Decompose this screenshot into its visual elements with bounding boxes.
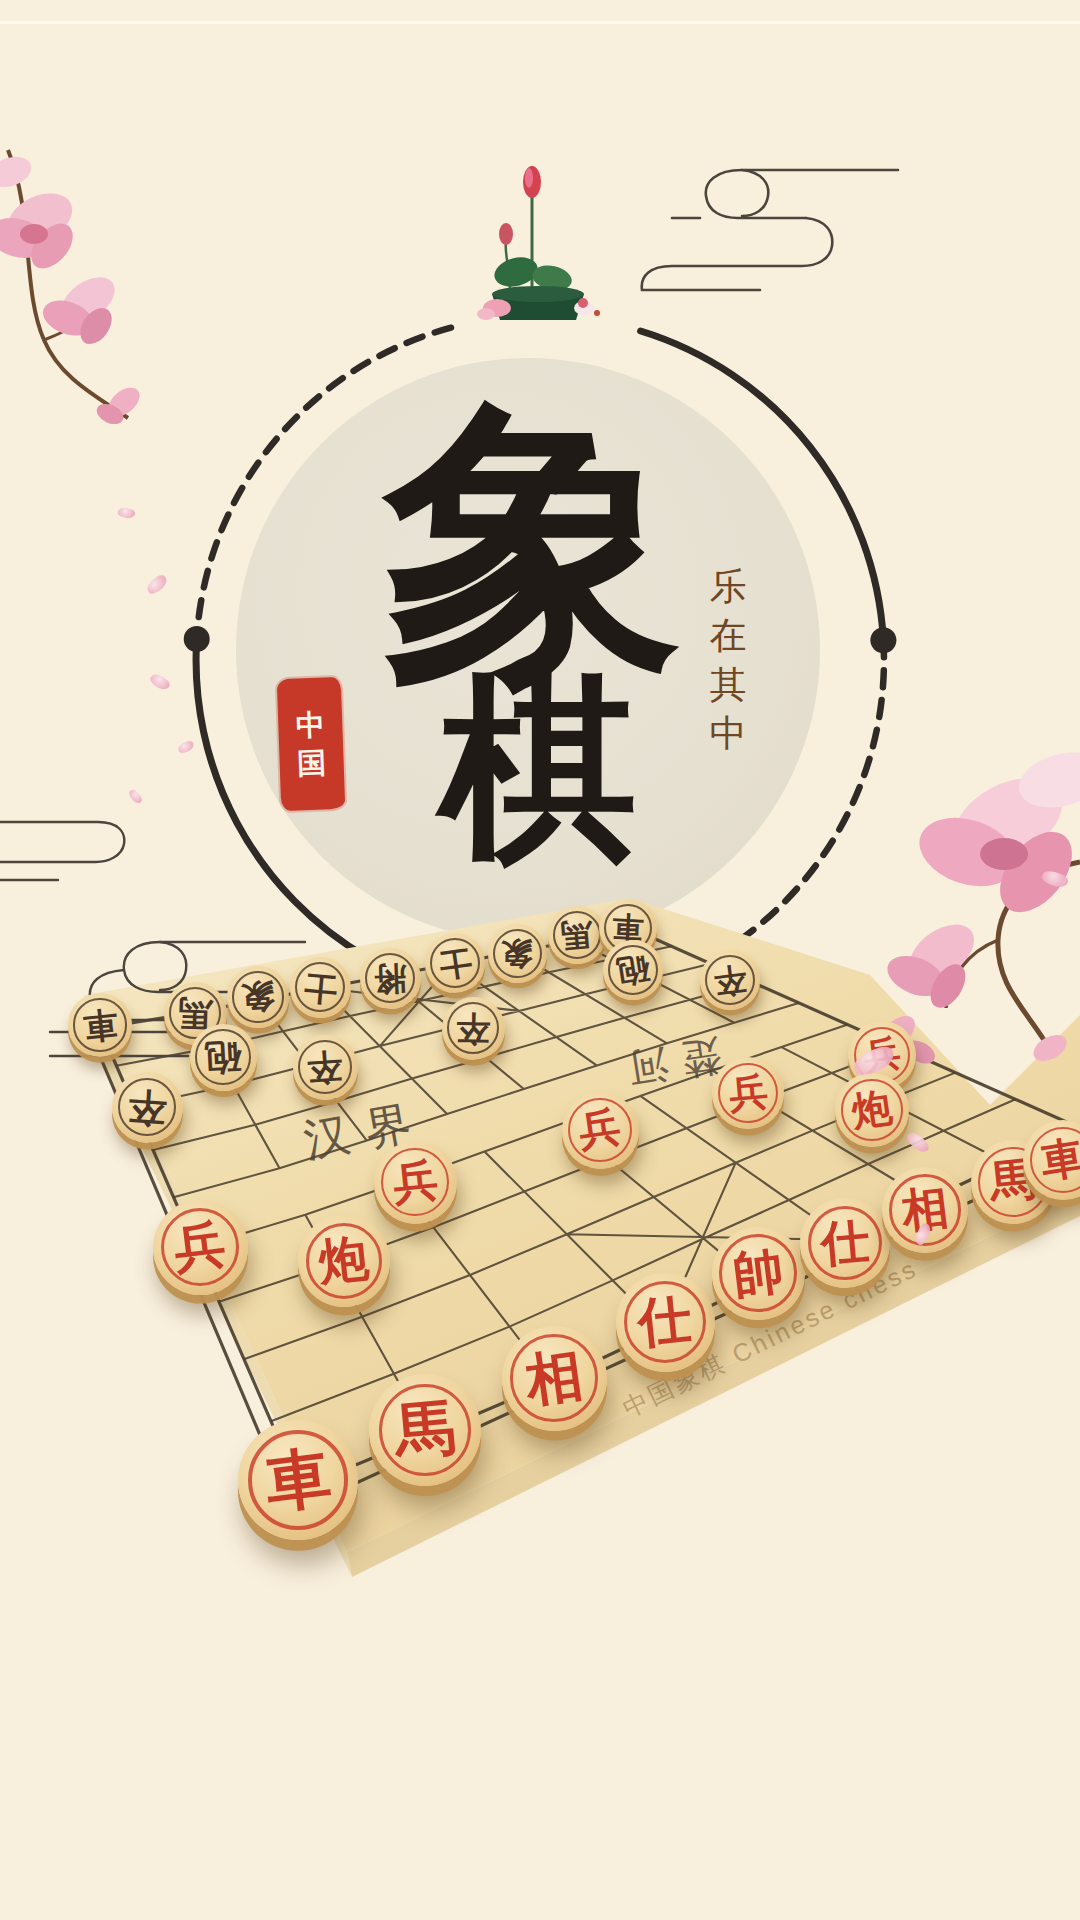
piece-black-卒: 卒 (442, 997, 505, 1060)
piece-character: 士 (437, 945, 474, 982)
piece-character: 卒 (127, 1087, 168, 1128)
piece-character: 車 (81, 1006, 119, 1044)
piece-character: 炮 (849, 1087, 894, 1132)
piece-red-兵: 兵 (374, 1141, 457, 1224)
piece-red-仕: 仕 (616, 1273, 715, 1372)
piece-black-車: 車 (68, 993, 132, 1057)
piece-character: 車 (1038, 1135, 1080, 1184)
piece-character: 仕 (819, 1217, 872, 1270)
piece-character: 帥 (730, 1245, 786, 1301)
piece-red-兵: 兵 (712, 1057, 784, 1129)
piece-character: 象 (501, 937, 533, 969)
piece-black-卒: 卒 (112, 1072, 183, 1143)
piece-character: 砲 (614, 951, 651, 988)
piece-character: 相 (522, 1346, 586, 1410)
piece-character: 將 (373, 961, 407, 995)
piece-red-兵: 兵 (153, 1200, 248, 1295)
piece-red-兵: 兵 (562, 1092, 639, 1169)
piece-red-帥: 帥 (712, 1227, 805, 1320)
piece-character: 卒 (456, 1011, 491, 1046)
piece-character: 馬 (177, 995, 212, 1030)
piece-character: 炮 (317, 1234, 372, 1289)
piece-character: 兵 (171, 1218, 228, 1275)
piece-character: 仕 (636, 1293, 695, 1352)
piece-character: 砲 (204, 1038, 242, 1076)
piece-character: 兵 (577, 1107, 624, 1154)
piece-character: 兵 (727, 1072, 769, 1114)
piece-black-卒: 卒 (293, 1035, 358, 1100)
piece-red-車: 車 (238, 1420, 358, 1540)
piece-black-砲: 砲 (190, 1024, 257, 1091)
piece-red-炮: 炮 (298, 1215, 390, 1307)
piece-character: 象 (240, 979, 276, 1015)
piece-black-砲: 砲 (603, 940, 663, 1000)
piece-black-將: 將 (360, 948, 421, 1009)
piece-character: 兵 (390, 1157, 439, 1206)
piece-black-士: 士 (425, 933, 485, 993)
piece-black-卒: 卒 (700, 950, 760, 1010)
piece-character: 卒 (306, 1048, 343, 1085)
piece-character: 馬 (392, 1397, 458, 1463)
piece-character: 士 (302, 969, 338, 1005)
xiangqi-pieces: 車馬象士將士象馬車砲砲卒卒卒卒兵兵兵兵兵炮炮車馬相仕帥仕相馬車 (0, 0, 1080, 1920)
piece-black-馬: 馬 (548, 906, 606, 964)
piece-red-相: 相 (502, 1326, 607, 1431)
piece-black-象: 象 (227, 966, 289, 1028)
xiangqi-poster: { "game": "xiangqi (Chinese chess)", "po… (0, 0, 1080, 1920)
piece-character: 馬 (560, 918, 594, 952)
piece-black-象: 象 (488, 924, 547, 983)
piece-red-仕: 仕 (800, 1198, 890, 1288)
piece-character: 車 (262, 1444, 334, 1516)
piece-red-炮: 炮 (835, 1073, 909, 1147)
piece-red-馬: 馬 (369, 1374, 481, 1486)
piece-character: 卒 (712, 962, 748, 998)
piece-black-士: 士 (290, 957, 351, 1018)
